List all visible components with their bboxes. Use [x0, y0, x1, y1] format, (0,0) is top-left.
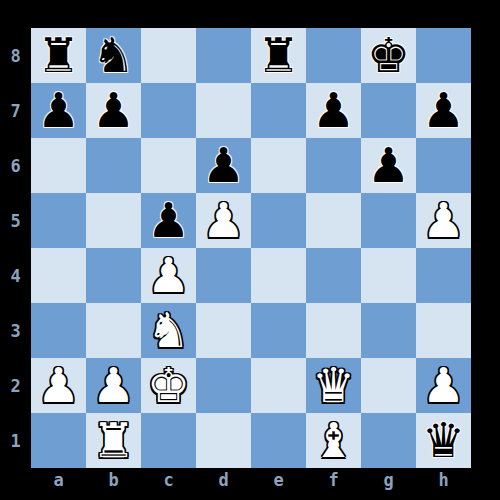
square-c4[interactable]: ♟ [141, 248, 196, 303]
square-e1[interactable] [251, 413, 306, 468]
square-f2[interactable]: ♛ [306, 358, 361, 413]
piece-white-pawn[interactable]: ♟ [92, 361, 135, 409]
piece-white-pawn[interactable]: ♟ [147, 251, 190, 299]
square-d5[interactable]: ♟ [196, 193, 251, 248]
rank-label-5: 5 [0, 193, 31, 248]
square-f3[interactable] [306, 303, 361, 358]
square-h4[interactable] [416, 248, 471, 303]
rank-labels: 87654321 [0, 28, 31, 468]
piece-black-pawn[interactable]: ♟ [422, 86, 465, 134]
square-h3[interactable] [416, 303, 471, 358]
file-labels: abcdefgh [31, 468, 471, 500]
piece-black-pawn[interactable]: ♟ [202, 141, 245, 189]
square-b7[interactable]: ♟ [86, 83, 141, 138]
square-a8[interactable]: ♜ [31, 28, 86, 83]
piece-black-pawn[interactable]: ♟ [92, 86, 135, 134]
square-d6[interactable]: ♟ [196, 138, 251, 193]
square-g8[interactable]: ♚ [361, 28, 416, 83]
square-g7[interactable] [361, 83, 416, 138]
file-label-d: d [196, 468, 251, 500]
piece-black-pawn[interactable]: ♟ [367, 141, 410, 189]
square-d8[interactable] [196, 28, 251, 83]
rank-label-4: 4 [0, 248, 31, 303]
square-g3[interactable] [361, 303, 416, 358]
square-f8[interactable] [306, 28, 361, 83]
file-label-b: b [86, 468, 141, 500]
piece-black-queen[interactable]: ♛ [422, 416, 465, 464]
piece-black-king[interactable]: ♚ [367, 31, 410, 79]
square-a2[interactable]: ♟ [31, 358, 86, 413]
square-c5[interactable]: ♟ [141, 193, 196, 248]
piece-white-pawn[interactable]: ♟ [202, 196, 245, 244]
rank-label-8: 8 [0, 28, 31, 83]
square-c2[interactable]: ♚ [141, 358, 196, 413]
square-e2[interactable] [251, 358, 306, 413]
rank-label-3: 3 [0, 303, 31, 358]
square-b5[interactable] [86, 193, 141, 248]
square-c3[interactable]: ♞ [141, 303, 196, 358]
square-h5[interactable]: ♟ [416, 193, 471, 248]
file-label-h: h [416, 468, 471, 500]
square-g1[interactable] [361, 413, 416, 468]
square-d2[interactable] [196, 358, 251, 413]
piece-black-pawn[interactable]: ♟ [147, 196, 190, 244]
rank-label-7: 7 [0, 83, 31, 138]
piece-white-queen[interactable]: ♛ [312, 361, 355, 409]
square-e8[interactable]: ♜ [251, 28, 306, 83]
rank-label-2: 2 [0, 358, 31, 413]
chess-board[interactable]: ♜♞♜♚♟♟♟♟♟♟♟♟♟♟♞♟♟♚♛♟♜♝♛ [31, 28, 471, 468]
rank-label-6: 6 [0, 138, 31, 193]
piece-white-rook[interactable]: ♜ [92, 416, 135, 464]
square-a3[interactable] [31, 303, 86, 358]
square-g5[interactable] [361, 193, 416, 248]
square-a6[interactable] [31, 138, 86, 193]
piece-black-rook[interactable]: ♜ [37, 31, 80, 79]
piece-black-pawn[interactable]: ♟ [37, 86, 80, 134]
square-a5[interactable] [31, 193, 86, 248]
square-f7[interactable]: ♟ [306, 83, 361, 138]
piece-white-pawn[interactable]: ♟ [37, 361, 80, 409]
square-c7[interactable] [141, 83, 196, 138]
square-a1[interactable] [31, 413, 86, 468]
square-g2[interactable] [361, 358, 416, 413]
piece-white-bishop[interactable]: ♝ [312, 416, 355, 464]
file-label-f: f [306, 468, 361, 500]
file-label-e: e [251, 468, 306, 500]
square-b6[interactable] [86, 138, 141, 193]
piece-white-pawn[interactable]: ♟ [422, 361, 465, 409]
square-e7[interactable] [251, 83, 306, 138]
square-h8[interactable] [416, 28, 471, 83]
file-label-c: c [141, 468, 196, 500]
square-f5[interactable] [306, 193, 361, 248]
square-b3[interactable] [86, 303, 141, 358]
square-b1[interactable]: ♜ [86, 413, 141, 468]
square-c6[interactable] [141, 138, 196, 193]
rank-label-1: 1 [0, 413, 31, 468]
square-e3[interactable] [251, 303, 306, 358]
square-h6[interactable] [416, 138, 471, 193]
piece-black-knight[interactable]: ♞ [92, 31, 135, 79]
square-e6[interactable] [251, 138, 306, 193]
file-label-a: a [31, 468, 86, 500]
square-b2[interactable]: ♟ [86, 358, 141, 413]
square-g6[interactable]: ♟ [361, 138, 416, 193]
piece-black-pawn[interactable]: ♟ [312, 86, 355, 134]
square-a7[interactable]: ♟ [31, 83, 86, 138]
piece-white-pawn[interactable]: ♟ [422, 196, 465, 244]
piece-white-king[interactable]: ♚ [147, 361, 190, 409]
square-b8[interactable]: ♞ [86, 28, 141, 83]
square-h2[interactable]: ♟ [416, 358, 471, 413]
square-c8[interactable] [141, 28, 196, 83]
piece-white-knight[interactable]: ♞ [147, 306, 190, 354]
square-g4[interactable] [361, 248, 416, 303]
square-d7[interactable] [196, 83, 251, 138]
square-b4[interactable] [86, 248, 141, 303]
square-c1[interactable] [141, 413, 196, 468]
square-e5[interactable] [251, 193, 306, 248]
square-h7[interactable]: ♟ [416, 83, 471, 138]
square-f6[interactable] [306, 138, 361, 193]
square-d1[interactable] [196, 413, 251, 468]
square-h1[interactable]: ♛ [416, 413, 471, 468]
square-d3[interactable] [196, 303, 251, 358]
file-label-g: g [361, 468, 416, 500]
piece-black-rook[interactable]: ♜ [257, 31, 300, 79]
square-e4[interactable] [251, 248, 306, 303]
square-f4[interactable] [306, 248, 361, 303]
square-f1[interactable]: ♝ [306, 413, 361, 468]
square-d4[interactable] [196, 248, 251, 303]
square-a4[interactable] [31, 248, 86, 303]
